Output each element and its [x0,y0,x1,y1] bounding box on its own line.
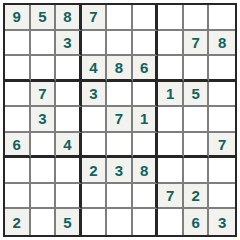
sudoku-cell-r4c3[interactable] [56,82,82,108]
sudoku-cell-r5c9[interactable] [209,107,235,133]
sudoku-cell-r2c8[interactable]: 7 [184,31,210,57]
sudoku-cell-r2c3[interactable]: 3 [56,31,82,57]
sudoku-cell-r7c7[interactable] [158,158,184,184]
sudoku-cell-r7c3[interactable] [56,158,82,184]
sudoku-cell-r8c9[interactable] [209,184,235,210]
sudoku-cell-r2c4[interactable] [82,31,108,57]
sudoku-cell-r4c9[interactable] [209,82,235,108]
sudoku-cell-r3c2[interactable] [31,56,57,82]
sudoku-cell-r4c2[interactable]: 7 [31,82,57,108]
sudoku-cell-r4c5[interactable] [107,82,133,108]
sudoku-cell-r1c5[interactable] [107,5,133,31]
sudoku-cell-r1c7[interactable] [158,5,184,31]
sudoku-cell-r4c1[interactable] [5,82,31,108]
sudoku-cell-r2c2[interactable] [31,31,57,57]
sudoku-cell-r5c5[interactable]: 7 [107,107,133,133]
sudoku-cell-r2c9[interactable]: 8 [209,31,235,57]
sudoku-cell-r9c6[interactable] [133,209,159,235]
sudoku-cell-r1c3[interactable]: 8 [56,5,82,31]
sudoku-cell-r5c2[interactable]: 3 [31,107,57,133]
sudoku-cell-r9c7[interactable] [158,209,184,235]
sudoku-cell-r2c7[interactable] [158,31,184,57]
sudoku-cell-r8c7[interactable]: 7 [158,184,184,210]
sudoku-cell-r5c1[interactable] [5,107,31,133]
sudoku-cell-r3c1[interactable] [5,56,31,82]
sudoku-cell-r7c6[interactable]: 8 [133,158,159,184]
sudoku-cell-r5c8[interactable] [184,107,210,133]
sudoku-cell-r1c4[interactable]: 7 [82,5,108,31]
sudoku-cell-r3c5[interactable]: 8 [107,56,133,82]
sudoku-cell-r3c3[interactable] [56,56,82,82]
sudoku-cell-r6c1[interactable]: 6 [5,133,31,159]
sudoku-cell-r1c9[interactable] [209,5,235,31]
sudoku-cell-r6c5[interactable] [107,133,133,159]
sudoku-cell-r6c7[interactable] [158,133,184,159]
sudoku-cell-r1c6[interactable] [133,5,159,31]
sudoku-cell-r8c8[interactable]: 2 [184,184,210,210]
sudoku-cell-r9c5[interactable] [107,209,133,235]
sudoku-cell-r8c1[interactable] [5,184,31,210]
sudoku-cell-r2c5[interactable] [107,31,133,57]
sudoku-cell-r6c3[interactable]: 4 [56,133,82,159]
sudoku-board: 95873784867315371647238722563 [3,3,237,237]
sudoku-page: 95873784867315371647238722563 [0,0,240,240]
sudoku-cell-r6c9[interactable]: 7 [209,133,235,159]
sudoku-cell-r3c8[interactable] [184,56,210,82]
sudoku-cell-r2c1[interactable] [5,31,31,57]
sudoku-cell-r5c3[interactable] [56,107,82,133]
sudoku-cell-r2c6[interactable] [133,31,159,57]
sudoku-cell-r7c4[interactable]: 2 [82,158,108,184]
sudoku-cell-r4c8[interactable]: 5 [184,82,210,108]
sudoku-cell-r4c6[interactable] [133,82,159,108]
sudoku-cell-r8c5[interactable] [107,184,133,210]
sudoku-cell-r3c4[interactable]: 4 [82,56,108,82]
sudoku-cell-r9c9[interactable]: 3 [209,209,235,235]
sudoku-cell-r8c3[interactable] [56,184,82,210]
sudoku-cell-r5c6[interactable]: 1 [133,107,159,133]
sudoku-cell-r1c1[interactable]: 9 [5,5,31,31]
sudoku-cell-r7c8[interactable] [184,158,210,184]
sudoku-cell-r5c7[interactable] [158,107,184,133]
sudoku-cell-r4c4[interactable]: 3 [82,82,108,108]
sudoku-cell-r1c8[interactable] [184,5,210,31]
sudoku-cell-r9c4[interactable] [82,209,108,235]
sudoku-cell-r8c2[interactable] [31,184,57,210]
sudoku-cell-r5c4[interactable] [82,107,108,133]
sudoku-cell-r7c1[interactable] [5,158,31,184]
sudoku-cell-r6c2[interactable] [31,133,57,159]
sudoku-cell-r9c8[interactable]: 6 [184,209,210,235]
sudoku-cell-r3c6[interactable]: 6 [133,56,159,82]
sudoku-cell-r7c9[interactable] [209,158,235,184]
sudoku-cell-r6c6[interactable] [133,133,159,159]
sudoku-cell-r1c2[interactable]: 5 [31,5,57,31]
sudoku-cell-r3c7[interactable] [158,56,184,82]
sudoku-cell-r6c8[interactable] [184,133,210,159]
sudoku-cell-r8c6[interactable] [133,184,159,210]
sudoku-cell-r3c9[interactable] [209,56,235,82]
sudoku-cell-r7c2[interactable] [31,158,57,184]
sudoku-cell-r9c1[interactable]: 2 [5,209,31,235]
sudoku-cell-r7c5[interactable]: 3 [107,158,133,184]
sudoku-cell-r9c2[interactable] [31,209,57,235]
sudoku-cell-r9c3[interactable]: 5 [56,209,82,235]
sudoku-cell-r8c4[interactable] [82,184,108,210]
sudoku-cell-r4c7[interactable]: 1 [158,82,184,108]
sudoku-cell-r6c4[interactable] [82,133,108,159]
